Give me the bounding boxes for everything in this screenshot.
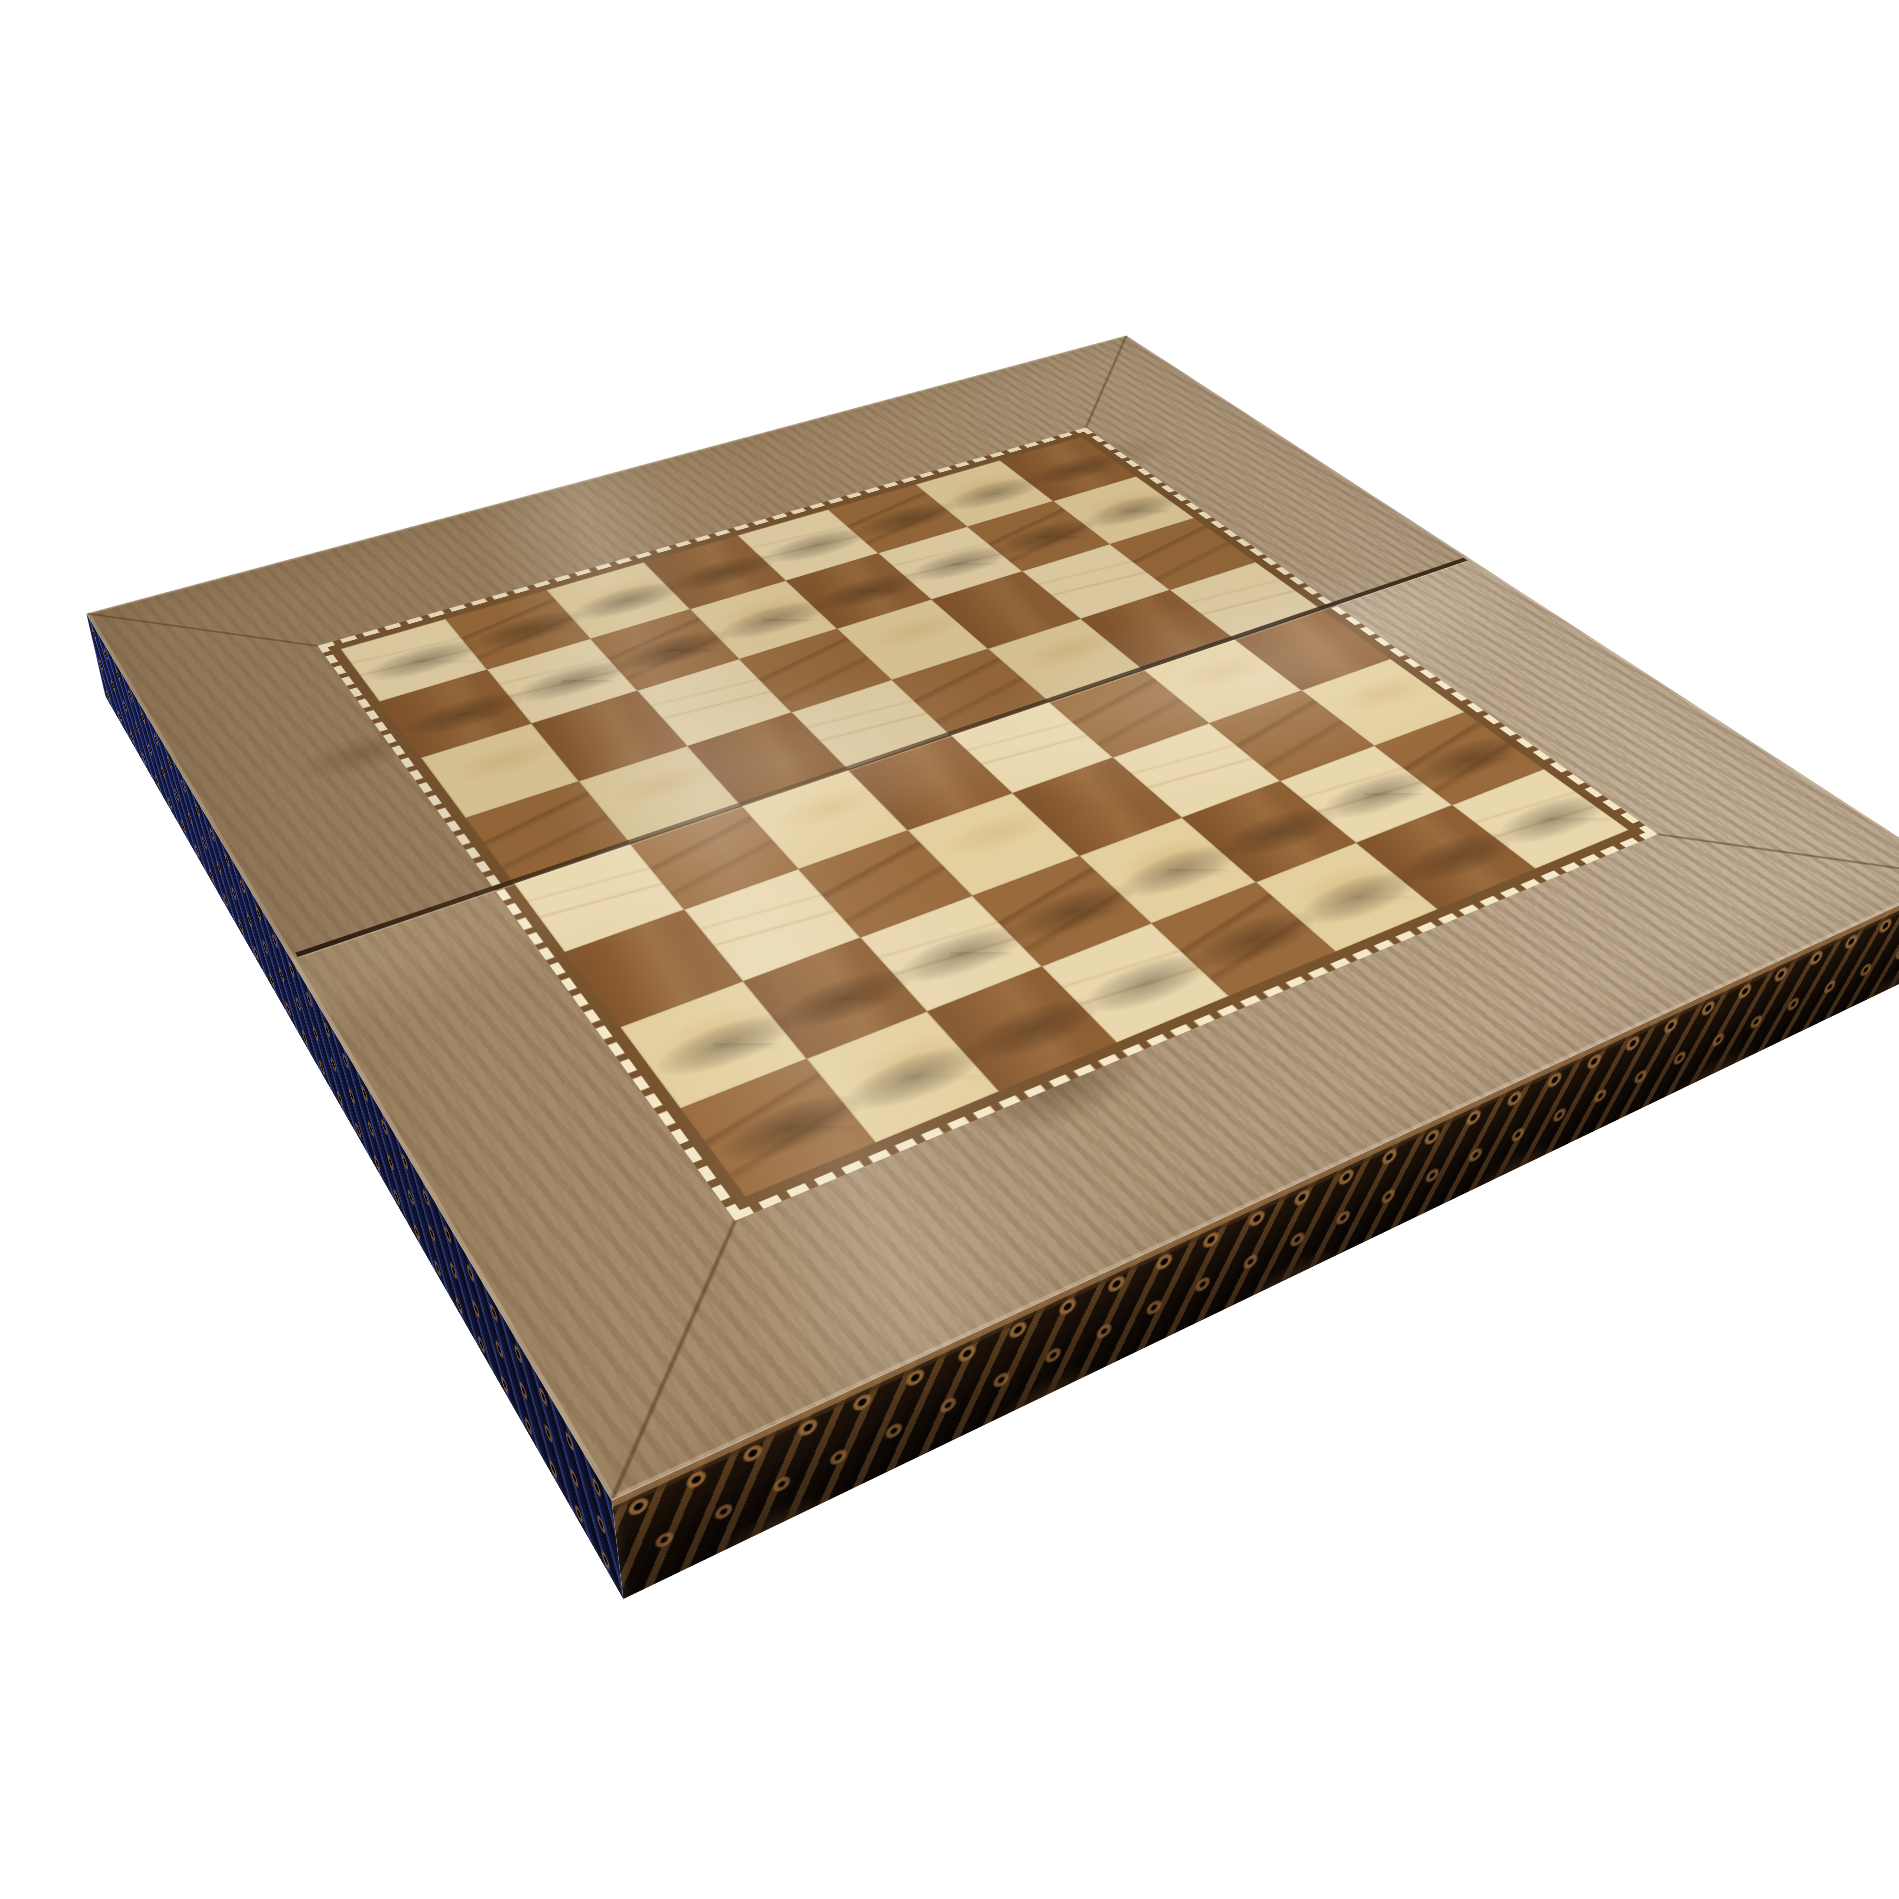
black-pawn-icon: ♟: [377, 560, 532, 733]
white-rook-icon: ♜: [650, 876, 904, 1159]
chess-board: ♜♞♝♚♛♝♞♜♟♟♟♟♟♟♟♟♟♟♟♟♟♟♟♟♜♞♝♚♛♝♞♜: [86, 335, 1899, 1499]
scene: ♜♞♝♚♛♝♞♜♟♟♟♟♟♟♟♟♟♟♟♟♟♟♟♟♜♞♝♚♛♝♞♜: [0, 0, 1899, 1899]
photo-background: ♜♞♝♚♛♝♞♜♟♟♟♟♟♟♟♟♟♟♟♟♟♟♟♟♜♞♝♚♛♝♞♜: [0, 0, 1899, 1899]
